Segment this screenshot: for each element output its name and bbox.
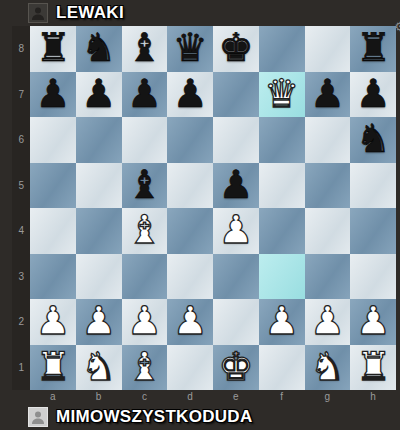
square-e5[interactable]: ♟	[213, 163, 259, 209]
square-d2[interactable]: ♟	[167, 299, 213, 345]
file-label-a: a	[30, 390, 76, 403]
square-b1[interactable]: ♞	[76, 345, 122, 391]
bottom-user-avatar-icon[interactable]	[28, 407, 48, 427]
square-g5[interactable]	[305, 163, 351, 209]
top-player-name: LEWAKI	[56, 3, 124, 23]
square-c8[interactable]: ♝	[122, 26, 168, 72]
square-f7[interactable]: ♛	[259, 72, 305, 118]
file-label-d: d	[167, 390, 213, 403]
bottom-player-bar: MIMOWSZYSTKODUDA	[0, 403, 400, 430]
white-bishop-c1[interactable]: ♝	[127, 347, 162, 386]
black-rook-a8[interactable]: ♜	[35, 28, 70, 67]
white-rook-a1[interactable]: ♜	[35, 347, 70, 386]
square-h2[interactable]: ♟	[350, 299, 396, 345]
black-bishop-c8[interactable]: ♝	[127, 28, 162, 67]
square-a3[interactable]	[30, 254, 76, 300]
square-e8[interactable]: ♚	[213, 26, 259, 72]
chess-app: LEWAKI ⚙ 6.5 87654321 ♜♞♝♛♚♜♟♟♟♟♛♟♟♞♝♟♝♟…	[0, 0, 400, 430]
black-pawn-c7[interactable]: ♟	[127, 74, 162, 113]
square-e4[interactable]: ♟	[213, 208, 259, 254]
black-king-e8[interactable]: ♚	[218, 28, 253, 67]
square-e3[interactable]	[213, 254, 259, 300]
square-d8[interactable]: ♛	[167, 26, 213, 72]
rank-label-7: 7	[0, 72, 30, 118]
square-c7[interactable]: ♟	[122, 72, 168, 118]
square-d4[interactable]	[167, 208, 213, 254]
file-label-e: e	[213, 390, 259, 403]
square-g7[interactable]: ♟	[305, 72, 351, 118]
top-user-avatar-icon[interactable]	[28, 3, 48, 23]
black-pawn-h7[interactable]: ♟	[356, 74, 391, 113]
white-pawn-f2[interactable]: ♟	[264, 301, 299, 340]
white-bishop-c4[interactable]: ♝	[127, 210, 162, 249]
rank-label-1: 1	[0, 345, 30, 391]
black-pawn-e5[interactable]: ♟	[218, 165, 253, 204]
file-label-b: b	[76, 390, 122, 403]
rank-label-4: 4	[0, 208, 30, 254]
user-avatar-icon	[30, 409, 46, 425]
white-queen-f7[interactable]: ♛	[264, 74, 299, 113]
square-e2[interactable]	[213, 299, 259, 345]
white-pawn-h2[interactable]: ♟	[356, 301, 391, 340]
square-b4[interactable]	[76, 208, 122, 254]
square-d3[interactable]	[167, 254, 213, 300]
square-g6[interactable]	[305, 117, 351, 163]
square-c3[interactable]	[122, 254, 168, 300]
square-e1[interactable]: ♚	[213, 345, 259, 391]
square-h6[interactable]: ♞	[350, 117, 396, 163]
square-d5[interactable]	[167, 163, 213, 209]
square-h1[interactable]: ♜	[350, 345, 396, 391]
white-rook-h1[interactable]: ♜	[356, 347, 391, 386]
black-knight-h6[interactable]: ♞	[356, 119, 391, 158]
square-f1[interactable]	[259, 345, 305, 391]
square-e6[interactable]	[213, 117, 259, 163]
white-pawn-g2[interactable]: ♟	[310, 301, 345, 340]
user-avatar-icon	[30, 5, 46, 21]
white-knight-g1[interactable]: ♞	[310, 347, 345, 386]
white-knight-b1[interactable]: ♞	[81, 347, 116, 386]
square-d6[interactable]	[167, 117, 213, 163]
square-f8[interactable]	[259, 26, 305, 72]
rank-label-3: 3	[0, 254, 30, 300]
square-b6[interactable]	[76, 117, 122, 163]
square-a1[interactable]: ♜	[30, 345, 76, 391]
square-d7[interactable]: ♟	[167, 72, 213, 118]
square-g1[interactable]: ♞	[305, 345, 351, 391]
white-pawn-e4[interactable]: ♟	[218, 210, 253, 249]
square-a7[interactable]: ♟	[30, 72, 76, 118]
square-h3[interactable]	[350, 254, 396, 300]
white-king-e1[interactable]: ♚	[218, 347, 253, 386]
white-pawn-d2[interactable]: ♟	[173, 301, 208, 340]
black-pawn-d7[interactable]: ♟	[173, 74, 208, 113]
square-h5[interactable]	[350, 163, 396, 209]
square-a4[interactable]	[30, 208, 76, 254]
square-f4[interactable]	[259, 208, 305, 254]
square-g2[interactable]: ♟	[305, 299, 351, 345]
square-d1[interactable]	[167, 345, 213, 391]
square-h4[interactable]	[350, 208, 396, 254]
file-label-h: h	[350, 390, 396, 403]
rank-label-8: 8	[0, 26, 30, 72]
square-h8[interactable]: ♜	[350, 26, 396, 72]
square-c4[interactable]: ♝	[122, 208, 168, 254]
square-f3[interactable]	[259, 254, 305, 300]
square-h7[interactable]: ♟	[350, 72, 396, 118]
rank-label-2: 2	[0, 299, 30, 345]
square-b3[interactable]	[76, 254, 122, 300]
black-queen-d8[interactable]: ♛	[173, 28, 208, 67]
square-c5[interactable]: ♝	[122, 163, 168, 209]
black-pawn-a7[interactable]: ♟	[35, 74, 70, 113]
file-label-c: c	[122, 390, 168, 403]
rank-labels: 87654321	[0, 26, 30, 390]
square-b2[interactable]: ♟	[76, 299, 122, 345]
black-knight-b8[interactable]: ♞	[81, 28, 116, 67]
file-labels: abcdefgh	[30, 390, 396, 403]
square-f2[interactable]: ♟	[259, 299, 305, 345]
chess-board: ♜♞♝♛♚♜♟♟♟♟♛♟♟♞♝♟♝♟♟♟♟♟♟♟♟♜♞♝♚♞♜	[30, 26, 396, 390]
square-e7[interactable]	[213, 72, 259, 118]
square-f6[interactable]	[259, 117, 305, 163]
square-f5[interactable]	[259, 163, 305, 209]
black-rook-h8[interactable]: ♜	[356, 28, 391, 67]
rank-label-6: 6	[0, 117, 30, 163]
top-player-bar: LEWAKI ⚙	[0, 0, 400, 26]
black-pawn-g7[interactable]: ♟	[310, 74, 345, 113]
square-g8[interactable]	[305, 26, 351, 72]
file-label-f: f	[259, 390, 305, 403]
white-pawn-b2[interactable]: ♟	[81, 301, 116, 340]
square-g3[interactable]	[305, 254, 351, 300]
square-c6[interactable]	[122, 117, 168, 163]
square-a8[interactable]: ♜	[30, 26, 76, 72]
square-c1[interactable]: ♝	[122, 345, 168, 391]
white-pawn-a2[interactable]: ♟	[35, 301, 70, 340]
white-pawn-c2[interactable]: ♟	[127, 301, 162, 340]
square-b5[interactable]	[76, 163, 122, 209]
square-b7[interactable]: ♟	[76, 72, 122, 118]
bottom-player-name: MIMOWSZYSTKODUDA	[56, 407, 253, 427]
black-bishop-c5[interactable]: ♝	[127, 165, 162, 204]
square-g4[interactable]	[305, 208, 351, 254]
square-b8[interactable]: ♞	[76, 26, 122, 72]
black-pawn-b7[interactable]: ♟	[81, 74, 116, 113]
square-c2[interactable]: ♟	[122, 299, 168, 345]
square-a5[interactable]	[30, 163, 76, 209]
square-a6[interactable]	[30, 117, 76, 163]
file-label-g: g	[305, 390, 351, 403]
square-a2[interactable]: ♟	[30, 299, 76, 345]
rank-label-5: 5	[0, 163, 30, 209]
